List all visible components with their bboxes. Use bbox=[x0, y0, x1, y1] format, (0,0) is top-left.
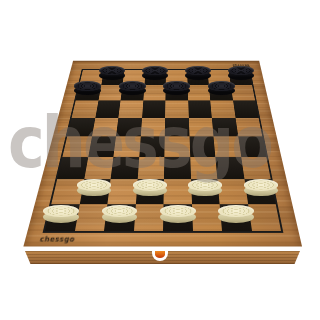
checker-white-g1[interactable] bbox=[218, 205, 254, 223]
piece-top bbox=[43, 205, 79, 217]
checker-black-d8[interactable] bbox=[142, 66, 168, 79]
piece-top bbox=[218, 205, 254, 217]
checker-black-h8[interactable] bbox=[228, 66, 254, 79]
checker-black-c7[interactable] bbox=[119, 81, 146, 95]
checker-white-h2[interactable] bbox=[244, 179, 278, 196]
piece-top bbox=[102, 205, 138, 217]
checker-white-d2[interactable] bbox=[133, 179, 167, 196]
checker-white-b2[interactable] bbox=[77, 179, 111, 196]
piece-top bbox=[208, 81, 235, 90]
checker-black-b8[interactable] bbox=[99, 66, 125, 79]
pieces-layer bbox=[0, 0, 320, 320]
piece-top bbox=[133, 179, 167, 191]
checker-black-a7[interactable] bbox=[74, 81, 101, 95]
checker-white-f2[interactable] bbox=[188, 179, 222, 196]
piece-top bbox=[119, 81, 146, 90]
checker-black-f8[interactable] bbox=[185, 66, 211, 79]
piece-top bbox=[160, 205, 196, 217]
piece-top bbox=[244, 179, 278, 191]
piece-top bbox=[188, 179, 222, 191]
product-photo: chessgo chessgo chessgo bbox=[0, 0, 320, 320]
checker-white-c1[interactable] bbox=[102, 205, 138, 223]
checker-black-e7[interactable] bbox=[163, 81, 190, 95]
checker-black-g7[interactable] bbox=[208, 81, 235, 95]
piece-top bbox=[74, 81, 101, 90]
piece-top bbox=[163, 81, 190, 90]
piece-top bbox=[77, 179, 111, 191]
checker-white-a1[interactable] bbox=[43, 205, 79, 223]
checker-white-e1[interactable] bbox=[160, 205, 196, 223]
